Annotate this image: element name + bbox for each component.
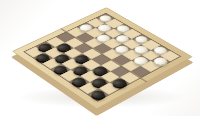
board-square[interactable] — [80, 70, 100, 82]
board-square[interactable] — [53, 53, 73, 64]
board-square[interactable] — [51, 64, 71, 75]
black-checker-piece[interactable] — [52, 64, 70, 74]
black-checker-piece[interactable] — [89, 89, 108, 100]
black-checker-piece[interactable] — [110, 78, 129, 89]
board-square[interactable] — [110, 77, 130, 89]
board-square[interactable] — [88, 88, 109, 100]
board-square[interactable] — [78, 82, 98, 94]
black-checker-piece[interactable] — [34, 53, 52, 63]
board-square[interactable] — [69, 76, 89, 88]
board-square[interactable] — [42, 58, 62, 69]
board-square[interactable] — [92, 54, 112, 65]
white-checker-piece[interactable] — [132, 56, 150, 66]
board-square[interactable] — [61, 59, 81, 70]
board-square[interactable] — [121, 60, 141, 71]
black-checker-piece[interactable] — [71, 65, 89, 75]
board-square[interactable] — [60, 70, 80, 82]
board-square[interactable] — [99, 83, 120, 95]
board-square[interactable] — [141, 61, 161, 72]
board-square[interactable] — [72, 53, 92, 64]
black-checker-piece[interactable] — [54, 53, 72, 63]
board-square[interactable] — [89, 77, 109, 89]
black-checker-piece[interactable] — [73, 54, 91, 64]
board-square[interactable] — [120, 72, 140, 84]
board-square[interactable] — [151, 56, 171, 67]
board-square[interactable] — [130, 66, 150, 78]
board-square[interactable] — [90, 65, 110, 76]
board-square[interactable] — [71, 64, 91, 75]
board-square[interactable] — [111, 55, 131, 66]
board-square[interactable] — [131, 55, 151, 66]
white-checker-piece[interactable] — [151, 56, 169, 66]
black-checker-piece[interactable] — [91, 66, 109, 76]
board-square[interactable] — [110, 66, 130, 77]
black-checker-piece[interactable] — [70, 76, 88, 87]
board-square[interactable] — [100, 71, 120, 83]
black-checker-piece[interactable] — [90, 77, 108, 88]
product-photo-scene — [0, 0, 200, 116]
board-square[interactable] — [81, 59, 101, 70]
board-square[interactable] — [101, 60, 121, 71]
